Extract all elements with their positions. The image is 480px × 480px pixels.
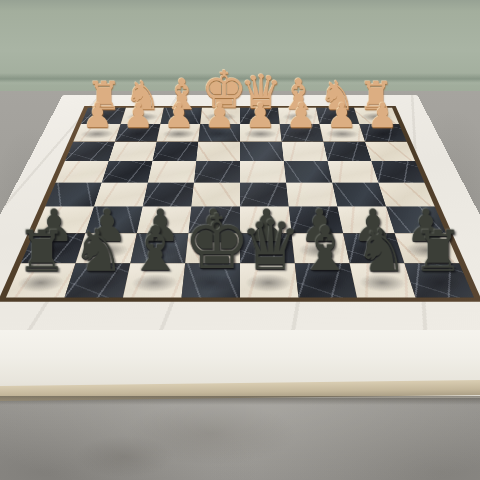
square-h6 bbox=[34, 206, 94, 233]
square-g3 bbox=[109, 142, 157, 161]
square-a6 bbox=[386, 206, 446, 233]
square-d5 bbox=[240, 183, 289, 207]
piece-shadow bbox=[320, 112, 355, 121]
square-f5 bbox=[143, 183, 194, 207]
square-c6 bbox=[289, 206, 343, 233]
square-g1: ♞ bbox=[121, 108, 164, 124]
square-h5 bbox=[45, 183, 101, 207]
wall-panel-seam bbox=[0, 73, 480, 86]
square-c4 bbox=[284, 161, 332, 183]
square-d4 bbox=[240, 161, 286, 183]
square-h7: ♟ bbox=[21, 233, 86, 263]
square-a3 bbox=[365, 142, 415, 161]
square-b2: ♟ bbox=[320, 124, 365, 142]
chess-board: ♜♞♝♚♛♝♞♜♟♟♟♟♟♟♟♟♟♟♟♟♟♟♟♟♜♞♝♚♛♝♞♜ bbox=[0, 95, 480, 330]
piece-shadow bbox=[349, 242, 398, 259]
piece-shadow bbox=[244, 242, 290, 259]
square-a5 bbox=[378, 183, 434, 207]
piece-shadow bbox=[202, 129, 237, 139]
square-a8: ♜ bbox=[404, 263, 474, 297]
square-e8: ♚ bbox=[182, 263, 240, 297]
square-a1: ♜ bbox=[354, 108, 399, 124]
piece-shadow bbox=[402, 242, 453, 259]
piece-shadow bbox=[71, 273, 124, 292]
square-f6 bbox=[137, 206, 191, 233]
square-c1: ♝ bbox=[278, 108, 320, 124]
piece-shadow bbox=[164, 112, 198, 121]
piece-shadow bbox=[27, 242, 78, 259]
piece-shadow bbox=[300, 273, 351, 292]
piece-shadow bbox=[125, 112, 160, 121]
square-b3 bbox=[323, 142, 371, 161]
square-e2: ♟ bbox=[198, 124, 240, 142]
board-ground-shadow bbox=[0, 396, 480, 405]
square-g2: ♟ bbox=[115, 124, 160, 142]
piece-shadow bbox=[243, 112, 276, 121]
square-b6 bbox=[337, 206, 394, 233]
square-e4 bbox=[194, 161, 240, 183]
square-e3 bbox=[196, 142, 240, 161]
square-b1: ♞ bbox=[316, 108, 359, 124]
piece-shadow bbox=[190, 242, 236, 259]
square-d3 bbox=[240, 142, 284, 161]
square-b4 bbox=[328, 161, 379, 183]
piece-shadow bbox=[324, 129, 361, 139]
square-g6 bbox=[85, 206, 142, 233]
piece-shadow bbox=[119, 129, 156, 139]
square-d1: ♛ bbox=[240, 108, 280, 124]
piece-shadow bbox=[297, 242, 345, 259]
piece-shadow bbox=[81, 242, 130, 259]
square-f2: ♟ bbox=[157, 124, 201, 142]
square-c8: ♝ bbox=[295, 263, 357, 297]
piece-shadow bbox=[284, 129, 320, 139]
piece-shadow bbox=[161, 129, 197, 139]
square-c3 bbox=[282, 142, 328, 161]
piece-shadow bbox=[282, 112, 316, 121]
square-b8: ♞ bbox=[350, 263, 416, 297]
square-h2: ♟ bbox=[73, 124, 120, 142]
square-d7: ♟ bbox=[240, 233, 295, 263]
square-d6 bbox=[240, 206, 292, 233]
square-c2: ♟ bbox=[280, 124, 324, 142]
piece-shadow bbox=[13, 273, 68, 292]
piece-shadow bbox=[204, 112, 237, 121]
square-d2: ♟ bbox=[240, 124, 282, 142]
square-a2: ♟ bbox=[359, 124, 406, 142]
board-marble-border: ♜♞♝♚♛♝♞♜♟♟♟♟♟♟♟♟♟♟♟♟♟♟♟♟♜♞♝♚♛♝♞♜ bbox=[0, 95, 480, 330]
square-a4 bbox=[371, 161, 424, 183]
piece-shadow bbox=[85, 112, 121, 121]
square-f8: ♝ bbox=[123, 263, 185, 297]
photo-scene: ♜♞♝♚♛♝♞♜♟♟♟♟♟♟♟♟♟♟♟♟♟♟♟♟♜♞♝♚♛♝♞♜ bbox=[0, 0, 480, 480]
board-inner-frame: ♜♞♝♚♛♝♞♜♟♟♟♟♟♟♟♟♟♟♟♟♟♟♟♟♜♞♝♚♛♝♞♜ bbox=[0, 106, 480, 302]
square-g8: ♞ bbox=[65, 263, 131, 297]
square-f3 bbox=[152, 142, 198, 161]
square-g7: ♟ bbox=[76, 233, 137, 263]
square-e6 bbox=[188, 206, 240, 233]
piece-shadow bbox=[364, 129, 402, 139]
square-c7: ♟ bbox=[292, 233, 350, 263]
square-f1: ♝ bbox=[160, 108, 202, 124]
square-e7: ♟ bbox=[185, 233, 240, 263]
square-h4 bbox=[56, 161, 109, 183]
piece-shadow bbox=[356, 273, 409, 292]
square-c5 bbox=[286, 183, 337, 207]
square-g5 bbox=[94, 183, 148, 207]
piece-shadow bbox=[243, 129, 278, 139]
piece-shadow bbox=[187, 273, 236, 292]
piece-shadow bbox=[78, 129, 116, 139]
square-b5 bbox=[332, 183, 386, 207]
piece-shadow bbox=[129, 273, 180, 292]
piece-shadow bbox=[244, 273, 293, 292]
square-e5 bbox=[191, 183, 240, 207]
square-f7: ♟ bbox=[130, 233, 188, 263]
square-e1: ♚ bbox=[200, 108, 240, 124]
square-h3 bbox=[65, 142, 115, 161]
piece-shadow bbox=[412, 273, 467, 292]
board-grid: ♜♞♝♚♛♝♞♜♟♟♟♟♟♟♟♟♟♟♟♟♟♟♟♟♜♞♝♚♛♝♞♜ bbox=[6, 108, 474, 298]
square-g4 bbox=[102, 161, 153, 183]
square-f4 bbox=[148, 161, 196, 183]
square-a7: ♟ bbox=[395, 233, 460, 263]
piece-shadow bbox=[359, 112, 395, 121]
piece-shadow bbox=[136, 242, 184, 259]
square-d8: ♛ bbox=[240, 263, 298, 297]
square-h1: ♜ bbox=[81, 108, 126, 124]
